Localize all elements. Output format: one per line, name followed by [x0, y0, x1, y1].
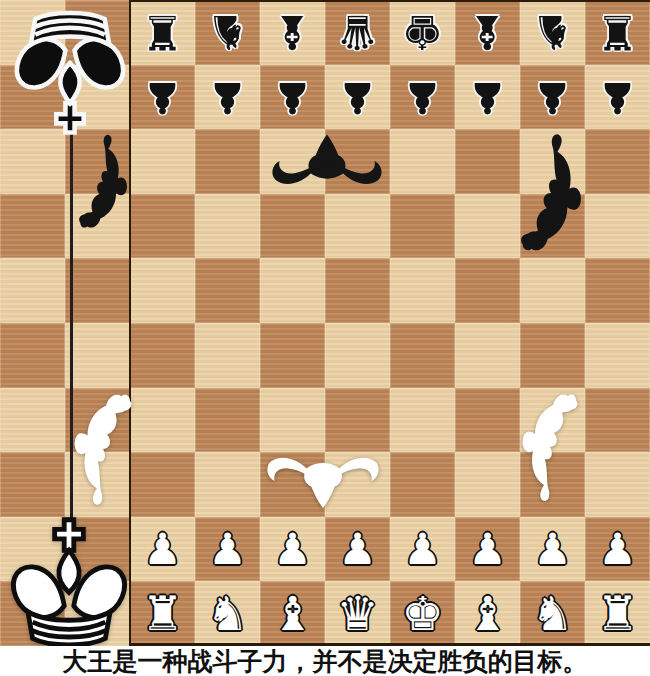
black-queen: ♛ — [325, 0, 390, 65]
board-square — [195, 452, 260, 517]
black-pawn: ♟ — [455, 65, 520, 130]
board-square — [455, 258, 520, 323]
white-pawn: ♟ — [455, 517, 520, 582]
black-king: ♚ — [390, 0, 455, 65]
board-square — [325, 194, 390, 259]
board-square — [390, 388, 455, 453]
black-bull-icon — [270, 132, 384, 192]
black-pawn: ♟ — [520, 65, 585, 130]
black-knight: ♞ — [195, 0, 260, 65]
board-square — [0, 129, 65, 194]
board-square — [130, 129, 195, 194]
board-square — [455, 452, 520, 517]
board-square — [65, 258, 130, 323]
board-square — [195, 323, 260, 388]
black-pawn: ♟ — [390, 65, 455, 130]
white-pawn: ♟ — [585, 517, 650, 582]
board-square — [0, 194, 65, 259]
board-square — [325, 258, 390, 323]
board-square — [130, 323, 195, 388]
white-bishop: ♝ — [455, 581, 520, 646]
white-rook: ♜ — [130, 581, 195, 646]
board-square — [0, 323, 65, 388]
board-square — [585, 323, 650, 388]
white-bishop: ♝ — [260, 581, 325, 646]
board-square — [390, 194, 455, 259]
board-square — [520, 258, 585, 323]
board-square — [0, 388, 65, 453]
board-square — [195, 194, 260, 259]
board-square — [325, 323, 390, 388]
black-horse-icon — [74, 133, 132, 229]
board-square — [585, 388, 650, 453]
board-square — [455, 388, 520, 453]
white-horse-icon — [518, 393, 582, 503]
board-square — [390, 129, 455, 194]
board-square — [260, 258, 325, 323]
black-bishop: ♝ — [260, 0, 325, 65]
board-square — [585, 129, 650, 194]
white-king: ♚ — [390, 581, 455, 646]
black-pawn: ♟ — [260, 65, 325, 130]
black-pawn: ♟ — [195, 65, 260, 130]
chess-illustration: 大王是一种战斗子力，并不是决定胜负的目标。 ♜♞♝♛♚♝♞♜♟♟♟♟♟♟♟♟♟♟… — [0, 0, 650, 676]
board-square — [585, 452, 650, 517]
black-rook: ♜ — [585, 0, 650, 65]
board-square — [390, 452, 455, 517]
board-square — [390, 258, 455, 323]
white-pawn: ♟ — [195, 517, 260, 582]
board-square — [260, 388, 325, 453]
board-square — [195, 129, 260, 194]
black-knight: ♞ — [520, 0, 585, 65]
white-pawn: ♟ — [130, 517, 195, 582]
white-knight: ♞ — [195, 581, 260, 646]
board-square — [260, 323, 325, 388]
giant-black-king-icon — [8, 10, 132, 138]
giant-white-king-icon — [6, 514, 132, 648]
board-square — [585, 258, 650, 323]
black-horse-icon — [518, 132, 584, 252]
white-knight: ♞ — [520, 581, 585, 646]
board-square — [520, 323, 585, 388]
white-pawn: ♟ — [260, 517, 325, 582]
board-square — [325, 388, 390, 453]
board-square — [455, 194, 520, 259]
board-square — [0, 258, 65, 323]
board-square — [455, 129, 520, 194]
board-square — [130, 452, 195, 517]
white-bull-icon — [264, 450, 382, 510]
white-pawn: ♟ — [390, 517, 455, 582]
black-rook: ♜ — [130, 0, 195, 65]
white-horse-icon — [72, 390, 134, 510]
black-pawn: ♟ — [585, 65, 650, 130]
board-square — [260, 194, 325, 259]
board-square — [130, 194, 195, 259]
board-square — [195, 258, 260, 323]
board-square — [130, 258, 195, 323]
board-square — [585, 194, 650, 259]
caption-text: 大王是一种战斗子力，并不是决定胜负的目标。 — [0, 646, 650, 676]
board-square — [455, 323, 520, 388]
white-pawn: ♟ — [325, 517, 390, 582]
white-rook: ♜ — [585, 581, 650, 646]
black-pawn: ♟ — [130, 65, 195, 130]
black-bishop: ♝ — [455, 0, 520, 65]
white-pawn: ♟ — [520, 517, 585, 582]
board-square — [390, 323, 455, 388]
white-queen: ♛ — [325, 581, 390, 646]
board-square — [195, 388, 260, 453]
board-square — [130, 388, 195, 453]
board-square — [0, 452, 65, 517]
black-pawn: ♟ — [325, 65, 390, 130]
board-square — [65, 323, 130, 388]
